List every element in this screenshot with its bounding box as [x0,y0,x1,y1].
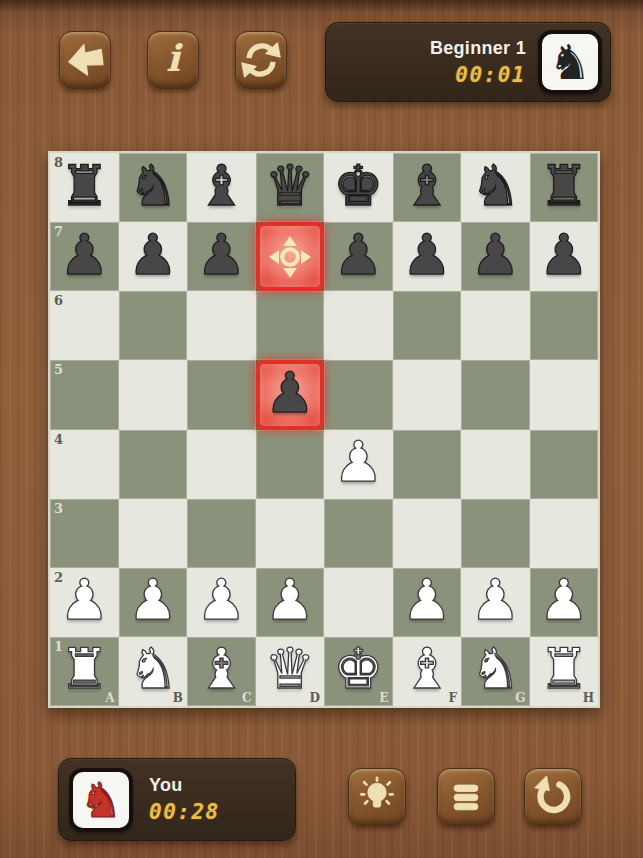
square-h4[interactable] [530,430,599,499]
square-d2[interactable]: ♟ [256,568,325,637]
square-e1[interactable]: E♚ [324,637,393,706]
undo-icon [531,775,575,819]
undo-button[interactable] [524,768,582,826]
lightbulb-icon [355,775,399,819]
piece-white-queen-d1[interactable]: ♛ [265,641,315,697]
hint-button[interactable] [348,768,406,826]
menu-button[interactable] [437,768,495,826]
piece-black-pawn-f7[interactable]: ♟ [402,227,452,283]
piece-black-pawn-e7[interactable]: ♟ [333,227,383,283]
square-f2[interactable]: ♟ [393,568,462,637]
square-c4[interactable] [187,430,256,499]
square-h3[interactable] [530,499,599,568]
piece-white-pawn-h2[interactable]: ♟ [539,572,589,628]
piece-white-knight-b1[interactable]: ♞ [128,641,178,697]
black-knight-icon: ♞ [548,38,591,86]
piece-white-knight-g1[interactable]: ♞ [470,641,520,697]
square-c2[interactable]: ♟ [187,568,256,637]
square-e4[interactable]: ♟ [324,430,393,499]
arrow-left-icon [64,39,106,81]
chess-app: i Beginner 1 00:01 ♞ 8♜♞♝♛♚♝♞♜7♟♟♟ ♟♟♟♟6… [0,0,643,858]
square-h5[interactable] [530,360,599,429]
square-e3[interactable] [324,499,393,568]
red-knight-icon: ♞ [79,776,122,824]
square-h2[interactable]: ♟ [530,568,599,637]
square-b7[interactable]: ♟ [119,222,188,291]
rank-label-3: 3 [54,502,63,515]
opponent-panel: Beginner 1 00:01 ♞ [325,22,611,102]
refresh-icon [239,38,283,82]
info-icon: i [166,40,180,77]
flip-board-button[interactable] [235,31,287,89]
square-h8[interactable]: ♜ [530,153,599,222]
piece-black-pawn-b7[interactable]: ♟ [128,227,178,283]
square-d4[interactable] [256,430,325,499]
piece-black-rook-a8[interactable]: ♜ [59,158,109,214]
piece-black-knight-g8[interactable]: ♞ [470,158,520,214]
square-g7[interactable]: ♟ [461,222,530,291]
square-h6[interactable] [530,291,599,360]
move-origin-marker-icon [268,235,312,279]
rank-label-6: 6 [54,294,63,307]
square-d7[interactable] [256,222,325,291]
square-d6[interactable] [256,291,325,360]
square-g6[interactable] [461,291,530,360]
square-d5[interactable]: ♟ [256,360,325,429]
piece-white-pawn-d2[interactable]: ♟ [265,572,315,628]
square-f4[interactable] [393,430,462,499]
square-f5[interactable] [393,360,462,429]
square-g4[interactable] [461,430,530,499]
square-a8[interactable]: 8♜ [50,153,119,222]
square-h1[interactable]: H♜ [530,637,599,706]
player-name: You [149,775,183,796]
piece-white-pawn-b2[interactable]: ♟ [128,572,178,628]
square-b8[interactable]: ♞ [119,153,188,222]
square-b1[interactable]: B♞ [119,637,188,706]
square-g3[interactable] [461,499,530,568]
square-g5[interactable] [461,360,530,429]
square-c3[interactable] [187,499,256,568]
square-b4[interactable] [119,430,188,499]
square-e2[interactable] [324,568,393,637]
info-button[interactable]: i [147,31,199,89]
square-c5[interactable] [187,360,256,429]
square-d3[interactable] [256,499,325,568]
opponent-timer: 00:01 [455,63,526,87]
piece-white-pawn-e4[interactable]: ♟ [333,434,383,490]
square-d8[interactable]: ♛ [256,153,325,222]
opponent-piece-tile: ♞ [538,30,602,94]
square-f3[interactable] [393,499,462,568]
piece-white-rook-h1[interactable]: ♜ [539,641,589,697]
piece-black-bishop-f8[interactable]: ♝ [402,158,452,214]
square-a1[interactable]: 1A♜ [50,637,119,706]
piece-black-bishop-c8[interactable]: ♝ [196,158,246,214]
piece-black-king-e8[interactable]: ♚ [333,158,383,214]
square-f8[interactable]: ♝ [393,153,462,222]
square-a6[interactable]: 6 [50,291,119,360]
square-b5[interactable] [119,360,188,429]
back-button[interactable] [59,31,111,89]
chess-board: 8♜♞♝♛♚♝♞♜7♟♟♟ ♟♟♟♟65♟4♟32♟♟♟♟♟♟♟1A♜B♞C♝D… [48,151,600,708]
square-e6[interactable] [324,291,393,360]
square-c6[interactable] [187,291,256,360]
square-a3[interactable]: 3 [50,499,119,568]
piece-white-pawn-f2[interactable]: ♟ [402,572,452,628]
piece-black-pawn-c7[interactable]: ♟ [196,227,246,283]
player-piece-tile: ♞ [69,768,133,832]
square-a4[interactable]: 4 [50,430,119,499]
square-e7[interactable]: ♟ [324,222,393,291]
piece-white-bishop-c1[interactable]: ♝ [196,641,246,697]
square-b2[interactable]: ♟ [119,568,188,637]
square-b3[interactable] [119,499,188,568]
rank-label-5: 5 [54,363,63,376]
square-g1[interactable]: G♞ [461,637,530,706]
square-e5[interactable] [324,360,393,429]
piece-black-rook-h8[interactable]: ♜ [539,158,589,214]
square-g8[interactable]: ♞ [461,153,530,222]
square-f1[interactable]: F♝ [393,637,462,706]
piece-black-pawn-d5[interactable]: ♟ [265,365,315,421]
square-h7[interactable]: ♟ [530,222,599,291]
square-a5[interactable]: 5 [50,360,119,429]
piece-white-king-e1[interactable]: ♚ [333,641,383,697]
square-f7[interactable]: ♟ [393,222,462,291]
piece-black-knight-b8[interactable]: ♞ [128,158,178,214]
rank-label-4: 4 [54,433,63,446]
piece-white-bishop-f1[interactable]: ♝ [402,641,452,697]
square-c1[interactable]: C♝ [187,637,256,706]
square-a2[interactable]: 2♟ [50,568,119,637]
player-timer: 00:28 [149,800,220,824]
square-g2[interactable]: ♟ [461,568,530,637]
square-a7[interactable]: 7♟ [50,222,119,291]
square-c7[interactable]: ♟ [187,222,256,291]
opponent-name: Beginner 1 [430,38,526,59]
square-d1[interactable]: D♛ [256,637,325,706]
piece-white-pawn-g2[interactable]: ♟ [470,572,520,628]
top-shade [0,0,643,12]
piece-black-pawn-g7[interactable]: ♟ [470,227,520,283]
square-f6[interactable] [393,291,462,360]
square-b6[interactable] [119,291,188,360]
square-e8[interactable]: ♚ [324,153,393,222]
piece-white-pawn-a2[interactable]: ♟ [59,572,109,628]
player-panel: ♞ You 00:28 [58,758,296,841]
square-c8[interactable]: ♝ [187,153,256,222]
piece-black-queen-d8[interactable]: ♛ [265,158,315,214]
hamburger-icon [444,775,488,819]
piece-white-rook-a1[interactable]: ♜ [59,641,109,697]
piece-black-pawn-h7[interactable]: ♟ [539,227,589,283]
piece-white-pawn-c2[interactable]: ♟ [196,572,246,628]
piece-black-pawn-a7[interactable]: ♟ [59,227,109,283]
